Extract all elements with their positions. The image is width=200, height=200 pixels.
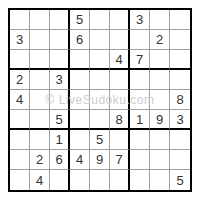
cell-r4c6[interactable] [110,70,130,90]
cell-r3c6[interactable]: 4 [110,50,130,70]
cell-r3c9[interactable] [170,50,190,70]
cell-r4c3[interactable]: 3 [50,70,70,90]
cell-r2c4[interactable]: 6 [70,30,90,50]
cell-r9c2[interactable]: 4 [30,170,50,190]
cell-r5c4[interactable] [70,90,90,110]
cell-r5c5[interactable] [90,90,110,110]
cell-r8c8[interactable] [150,150,170,170]
cell-r3c5[interactable] [90,50,110,70]
cell-r2c7[interactable] [130,30,150,50]
cell-r8c6[interactable]: 7 [110,150,130,170]
cell-r2c2[interactable] [30,30,50,50]
cell-r6c1[interactable] [10,110,30,130]
cell-r5c1[interactable]: 4 [10,90,30,110]
cell-r1c4[interactable]: 5 [70,10,90,30]
cell-r9c8[interactable] [150,170,170,190]
cell-r7c4[interactable] [70,130,90,150]
cell-r9c3[interactable] [50,170,70,190]
cell-r5c6[interactable] [110,90,130,110]
cell-r8c4[interactable]: 4 [70,150,90,170]
cell-r1c7[interactable]: 3 [130,10,150,30]
sudoku-board: 5336247234858193152649745 [10,10,190,190]
cell-r7c9[interactable] [170,130,190,150]
cell-r3c4[interactable] [70,50,90,70]
cell-r2c3[interactable] [50,30,70,50]
cell-r7c6[interactable] [110,130,130,150]
cell-r8c2[interactable]: 2 [30,150,50,170]
cell-r8c5[interactable]: 9 [90,150,110,170]
cell-r7c3[interactable]: 1 [50,130,70,150]
cell-r3c2[interactable] [30,50,50,70]
cell-r6c9[interactable]: 3 [170,110,190,130]
cell-r4c8[interactable] [150,70,170,90]
cell-r9c7[interactable] [130,170,150,190]
cell-r3c7[interactable]: 7 [130,50,150,70]
cell-r1c5[interactable] [90,10,110,30]
cell-r8c3[interactable]: 6 [50,150,70,170]
cell-r3c1[interactable] [10,50,30,70]
cell-r6c4[interactable] [70,110,90,130]
cell-r8c7[interactable] [130,150,150,170]
cell-r4c1[interactable]: 2 [10,70,30,90]
cell-r6c5[interactable] [90,110,110,130]
cell-r2c5[interactable] [90,30,110,50]
cell-r7c2[interactable] [30,130,50,150]
cell-r4c7[interactable] [130,70,150,90]
cell-r1c6[interactable] [110,10,130,30]
cell-r5c7[interactable] [130,90,150,110]
cell-r1c9[interactable] [170,10,190,30]
cell-r7c1[interactable] [10,130,30,150]
cell-r9c5[interactable] [90,170,110,190]
cell-r8c9[interactable] [170,150,190,170]
cell-r7c7[interactable] [130,130,150,150]
cell-r2c9[interactable] [170,30,190,50]
cell-r3c8[interactable] [150,50,170,70]
cell-r8c1[interactable] [10,150,30,170]
cell-r5c2[interactable] [30,90,50,110]
cell-r7c8[interactable] [150,130,170,150]
cell-r4c5[interactable] [90,70,110,90]
cell-r6c6[interactable]: 8 [110,110,130,130]
cell-r4c9[interactable] [170,70,190,90]
sudoku-board-frame: 5336247234858193152649745 © LiveSudoku.c… [8,8,192,192]
cell-r5c8[interactable] [150,90,170,110]
cell-r9c4[interactable] [70,170,90,190]
cell-r7c5[interactable]: 5 [90,130,110,150]
cell-r1c8[interactable] [150,10,170,30]
cell-r6c3[interactable]: 5 [50,110,70,130]
cell-r2c1[interactable]: 3 [10,30,30,50]
cell-r5c9[interactable]: 8 [170,90,190,110]
cell-r3c3[interactable] [50,50,70,70]
cell-r1c2[interactable] [30,10,50,30]
cell-r6c2[interactable] [30,110,50,130]
cell-r2c6[interactable] [110,30,130,50]
cell-r5c3[interactable] [50,90,70,110]
cell-r9c6[interactable] [110,170,130,190]
cell-r6c7[interactable]: 1 [130,110,150,130]
cell-r6c8[interactable]: 9 [150,110,170,130]
cell-r9c9[interactable]: 5 [170,170,190,190]
cell-r9c1[interactable] [10,170,30,190]
cell-r2c8[interactable]: 2 [150,30,170,50]
cell-r1c1[interactable] [10,10,30,30]
cell-r1c3[interactable] [50,10,70,30]
cell-r4c4[interactable] [70,70,90,90]
cell-r4c2[interactable] [30,70,50,90]
